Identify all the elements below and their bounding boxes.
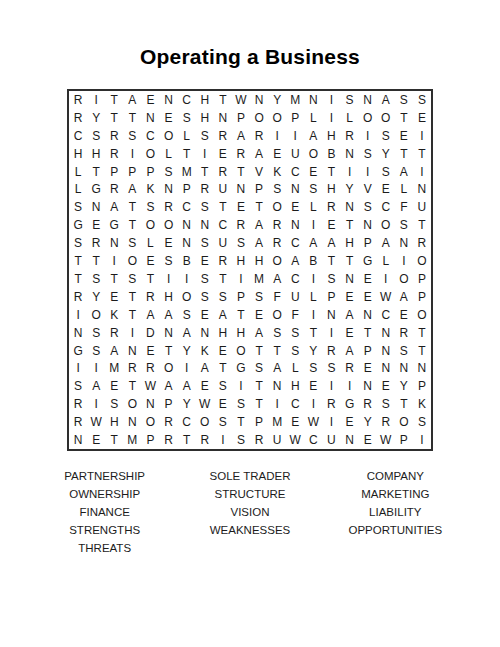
grid-cell: I [359,163,377,181]
grid-cell: R [87,234,105,252]
grid-cell: W [304,413,322,431]
grid-cell: N [160,91,178,109]
grid-cell: A [87,377,105,395]
word-list-column: COMPANYMARKETINGLIABILITYOPPORTUNITIES [323,467,468,557]
grid-cell: R [69,395,87,413]
grid-cell: H [322,127,340,145]
grid-cell: E [214,145,232,163]
grid-cell: C [377,306,395,324]
grid-cell: I [413,127,431,145]
grid-cell: S [214,413,232,431]
grid-cell: K [268,163,286,181]
grid-cell: E [395,306,413,324]
grid-cell: I [322,377,340,395]
grid-cell: C [141,127,159,145]
grid-cell: A [160,306,178,324]
grid-cell: O [268,109,286,127]
word-list-item: STRUCTURE [177,485,322,503]
grid-cell: N [341,145,359,163]
grid-cell: A [395,163,413,181]
grid-cell: P [413,288,431,306]
grid-cell: O [87,306,105,324]
grid-cell: T [105,431,123,449]
grid-cell: U [286,288,304,306]
word-list-item: COMPANY [323,467,468,485]
grid-cell: T [413,324,431,342]
grid-cell: S [87,324,105,342]
grid-cell: E [141,342,159,360]
grid-cell: O [123,395,141,413]
grid-cell: P [178,180,196,198]
grid-cell: S [141,198,159,216]
word-list-item: STRENGTHS [32,521,177,539]
word-list-item: PARTNERSHIP [32,467,177,485]
grid-cell: P [232,288,250,306]
grid-cell: H [341,234,359,252]
grid-cell: S [69,377,87,395]
grid-cell: I [178,270,196,288]
grid-cell: O [268,306,286,324]
grid-cell: W [377,431,395,449]
grid-cell: U [322,431,340,449]
grid-cell: F [286,306,304,324]
grid-cell: P [359,234,377,252]
grid-cell: L [178,127,196,145]
grid-cell: S [69,234,87,252]
grid-cell: O [178,288,196,306]
grid-cell: I [377,270,395,288]
grid-cell: Y [377,145,395,163]
grid-cell: R [413,234,431,252]
grid-cell: S [87,270,105,288]
grid-cell: A [250,324,268,342]
grid-cell: I [87,359,105,377]
word-list-item: OWNERSHIP [32,485,177,503]
grid-cell: R [160,413,178,431]
grid-cell: E [141,252,159,270]
grid-cell: C [286,270,304,288]
grid-cell: O [160,216,178,234]
grid-cell: L [286,359,304,377]
grid-cell: T [268,342,286,360]
grid-cell: A [341,306,359,324]
grid-cell: Y [178,395,196,413]
word-list-column: PARTNERSHIPOWNERSHIPFINANCESTRENGTHSTHRE… [32,467,177,557]
grid-cell: E [232,198,250,216]
grid-cell: T [413,216,431,234]
grid-cell: O [395,413,413,431]
grid-cell: T [250,395,268,413]
grid-cell: U [413,198,431,216]
grid-cell: T [304,324,322,342]
grid-cell: S [214,377,232,395]
grid-cell: N [359,377,377,395]
grid-cell: M [178,163,196,181]
grid-cell: C [178,91,196,109]
grid-cell: R [105,145,123,163]
grid-cell: O [359,109,377,127]
grid-cell: O [160,359,178,377]
grid-cell: B [304,252,322,270]
grid-cell: K [105,306,123,324]
grid-cell: A [268,359,286,377]
grid-cell: P [232,109,250,127]
grid-cell: G [359,252,377,270]
grid-cell: T [141,270,159,288]
grid-cell: T [395,145,413,163]
grid-cell: E [341,413,359,431]
word-list-item: MARKETING [323,485,468,503]
grid-cell: H [69,145,87,163]
grid-cell: Y [341,180,359,198]
grid-cell: T [123,377,141,395]
grid-cell: S [268,324,286,342]
grid-cell: E [141,91,159,109]
grid-cell: N [395,359,413,377]
grid-cell: C [214,216,232,234]
grid-cell: L [304,198,322,216]
grid-cell: Y [359,413,377,431]
grid-cell: C [69,127,87,145]
page-title: Operating a Business [0,0,500,69]
grid-cell: I [268,127,286,145]
grid-cell: S [413,91,431,109]
grid-cell: S [268,180,286,198]
grid-cell: I [87,395,105,413]
grid-cell: N [377,359,395,377]
grid-cell: G [105,216,123,234]
grid-cell: I [123,145,141,163]
grid-cell: A [250,145,268,163]
grid-cell: M [250,270,268,288]
grid-cell: S [250,288,268,306]
grid-cell: V [359,180,377,198]
grid-cell: Y [268,91,286,109]
grid-cell: R [105,127,123,145]
grid-cell: H [214,324,232,342]
grid-cell: A [268,270,286,288]
grid-cell: P [250,413,268,431]
grid-cell: W [196,395,214,413]
grid-cell: T [395,395,413,413]
grid-cell: N [214,109,232,127]
grid-cell: C [286,234,304,252]
grid-cell: E [359,270,377,288]
grid-cell: N [160,180,178,198]
grid-cell: R [141,359,159,377]
grid-cell: E [268,145,286,163]
grid-cell: R [268,234,286,252]
grid-cell: M [286,91,304,109]
grid-cell: S [304,180,322,198]
word-list-item: LIABILITY [323,503,468,521]
grid-cell: P [322,288,340,306]
grid-cell: Y [87,109,105,127]
grid-cell: H [232,252,250,270]
grid-cell: E [214,395,232,413]
grid-cell: N [359,91,377,109]
grid-cell: N [359,306,377,324]
grid-cell: T [322,163,340,181]
grid-cell: E [395,127,413,145]
grid-cell: G [232,359,250,377]
grid-cell: R [341,127,359,145]
grid-cell: A [196,359,214,377]
grid-cell: N [286,216,304,234]
grid-cell: N [341,198,359,216]
grid-cell: S [123,270,141,288]
grid-cell: A [123,180,141,198]
grid-cell: R [69,413,87,431]
grid-cell: G [69,342,87,360]
grid-cell: S [232,234,250,252]
grid-cell: O [413,252,431,270]
grid-cell: R [69,91,87,109]
grid-cell: R [105,180,123,198]
grid-cell: C [286,163,304,181]
grid-cell: S [232,431,250,449]
grid-cell: T [69,270,87,288]
grid-cell: R [69,288,87,306]
word-list-item: VISION [177,503,322,521]
grid-cell: T [214,270,232,288]
grid-cell: T [413,342,431,360]
grid-cell: E [196,252,214,270]
grid-cell: N [250,91,268,109]
grid-cell: T [214,359,232,377]
grid-cell: N [232,180,250,198]
grid-cell: A [250,216,268,234]
grid-cell: O [141,216,159,234]
grid-cell: L [341,109,359,127]
grid-cell: R [214,127,232,145]
grid-cell: P [141,163,159,181]
grid-cell: N [395,234,413,252]
grid-cell: O [377,216,395,234]
grid-cell: E [322,216,340,234]
grid-cell: N [141,395,159,413]
grid-cell: T [105,270,123,288]
grid-cell: T [178,145,196,163]
grid-cell: N [413,359,431,377]
grid-cell: G [87,180,105,198]
grid-cell: E [87,216,105,234]
word-search-grid: RITAENCHTWNYMNISNASSRYTTNESHNPOOPLILOOTE… [67,89,433,451]
grid-cell: I [87,91,105,109]
grid-cell: I [341,163,359,181]
grid-cell: T [123,216,141,234]
grid-cell: H [232,324,250,342]
grid-cell: R [395,324,413,342]
grid-cell: R [160,198,178,216]
grid-cell: L [395,180,413,198]
grid-cell: H [322,180,340,198]
grid-cell: I [214,431,232,449]
grid-cell: T [123,198,141,216]
grid-cell: N [196,216,214,234]
grid-cell: U [214,234,232,252]
grid-cell: M [268,413,286,431]
grid-cell: S [341,91,359,109]
grid-cell: A [250,234,268,252]
grid-cell: S [105,395,123,413]
worksheet-page: Operating a Business RITAENCHTWNYMNISNAS… [0,0,500,647]
grid-cell: S [395,216,413,234]
grid-cell: U [214,180,232,198]
grid-cell: O [268,198,286,216]
grid-cell: R [141,288,159,306]
grid-cell: F [395,198,413,216]
grid-cell: S [87,342,105,360]
grid-cell: O [123,252,141,270]
grid-cell: Y [87,288,105,306]
grid-cell: O [196,413,214,431]
grid-cell: K [413,395,431,413]
grid-cell: I [196,145,214,163]
grid-cell: S [196,198,214,216]
grid-cell: O [232,342,250,360]
grid-cell: I [160,270,178,288]
grid-cell: W [377,288,395,306]
grid-cell: B [322,145,340,163]
grid-cell: R [214,163,232,181]
grid-cell: P [395,431,413,449]
grid-cell: P [160,395,178,413]
grid-cell: N [141,109,159,127]
grid-cell: R [322,395,340,413]
grid-cell: N [123,413,141,431]
grid-cell: R [196,180,214,198]
grid-cell: T [178,431,196,449]
grid-cell: R [196,431,214,449]
grid-cell: R [105,324,123,342]
grid-cell: O [141,145,159,163]
grid-cell: N [322,306,340,324]
grid-cell: E [105,288,123,306]
grid-cell: E [304,163,322,181]
grid-cell: T [160,342,178,360]
grid-cell: O [395,270,413,288]
grid-cell: H [196,109,214,127]
grid-cell: T [232,306,250,324]
grid-cell: T [322,252,340,270]
grid-cell: A [341,342,359,360]
grid-cell: I [69,359,87,377]
grid-cell: K [141,180,159,198]
grid-cell: E [359,359,377,377]
grid-cell: E [304,377,322,395]
grid-cell: S [413,413,431,431]
grid-cell: T [232,163,250,181]
grid-cell: I [322,91,340,109]
grid-cell: W [141,377,159,395]
grid-cell: I [178,359,196,377]
grid-cell: S [286,342,304,360]
grid-cell: I [322,109,340,127]
grid-cell: R [250,127,268,145]
grid-cell: C [377,198,395,216]
grid-cell: P [105,163,123,181]
grid-cell: T [214,198,232,216]
grid-cell: N [123,342,141,360]
grid-cell: N [268,377,286,395]
grid-cell: O [304,145,322,163]
grid-cell: S [123,127,141,145]
grid-cell: W [286,431,304,449]
grid-cell: C [178,413,196,431]
grid-cell: T [69,252,87,270]
grid-cell: H [105,413,123,431]
grid-cell: S [304,359,322,377]
grid-cell: Y [304,342,322,360]
grid-cell: L [304,109,322,127]
grid-cell: H [250,252,268,270]
grid-cell: I [322,324,340,342]
grid-cell: C [178,198,196,216]
grid-cell: N [341,431,359,449]
grid-cell: V [250,163,268,181]
grid-cell: E [196,377,214,395]
grid-cell: S [178,306,196,324]
grid-cell: N [359,216,377,234]
grid-cell: U [286,145,304,163]
grid-cell: Y [178,342,196,360]
grid-cell: P [413,270,431,288]
grid-cell: A [377,91,395,109]
grid-cell: R [341,359,359,377]
grid-cell: S [69,198,87,216]
grid-cell: R [322,198,340,216]
grid-cell: O [377,109,395,127]
grid-cell: L [377,252,395,270]
grid-cell: E [286,198,304,216]
grid-cell: O [141,413,159,431]
grid-cell: A [286,252,304,270]
grid-cell: I [69,306,87,324]
grid-cell: N [196,324,214,342]
grid-cell: T [123,288,141,306]
word-list-item: THREATS [32,539,177,557]
grid-cell: S [377,127,395,145]
grid-cell: P [359,342,377,360]
grid-cell: I [286,127,304,145]
grid-cell: A [377,234,395,252]
grid-cell: E [87,431,105,449]
grid-cell: R [250,431,268,449]
grid-cell: R [232,145,250,163]
grid-cell: I [232,377,250,395]
grid-cell: R [377,413,395,431]
grid-cell: S [196,270,214,288]
grid-cell: E [250,306,268,324]
grid-cell: I [359,127,377,145]
grid-cell: E [105,377,123,395]
grid-cell: S [160,252,178,270]
grid-cell: S [359,145,377,163]
grid-cell: O [268,252,286,270]
grid-cell: I [395,252,413,270]
grid-cell: A [322,234,340,252]
grid-cell: T [341,216,359,234]
grid-cell: R [214,252,232,270]
grid-cell: L [141,234,159,252]
grid-cell: T [359,324,377,342]
grid-cell: T [413,145,431,163]
grid-cell: A [304,127,322,145]
grid-cell: P [123,163,141,181]
grid-cell: I [413,431,431,449]
grid-cell: S [395,91,413,109]
